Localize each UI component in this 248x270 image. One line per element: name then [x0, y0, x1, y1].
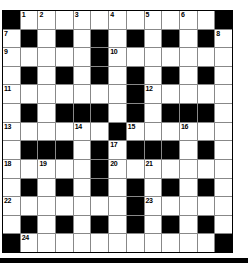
grid-cell-r2c1[interactable] — [21, 48, 38, 66]
grid-cell-r12c3[interactable] — [56, 234, 73, 252]
grid-cell-r2c9[interactable] — [162, 48, 179, 66]
grid-cell-r8c7[interactable] — [127, 160, 144, 178]
grid-cell-r11c2[interactable] — [38, 216, 55, 234]
grid-cell-r2c3[interactable] — [56, 48, 73, 66]
clue-number-1: 1 — [22, 11, 26, 19]
grid-cell-r3c5 — [91, 67, 108, 85]
grid-cell-r0c1[interactable]: 1 — [21, 11, 38, 29]
grid-cell-r11c0[interactable] — [3, 216, 20, 234]
grid-cell-r3c9 — [162, 67, 179, 85]
grid-cell-r2c6[interactable]: 10 — [109, 48, 126, 66]
grid-cell-r3c3 — [56, 67, 73, 85]
grid-cell-r7c10[interactable] — [180, 141, 197, 159]
grid-cell-r5c0[interactable] — [3, 104, 20, 122]
grid-cell-r11c8[interactable] — [145, 216, 162, 234]
clue-number-9: 9 — [4, 48, 8, 56]
grid-cell-r8c11[interactable] — [198, 160, 215, 178]
grid-cell-r12c8[interactable] — [145, 234, 162, 252]
grid-cell-r0c8[interactable]: 5 — [145, 11, 162, 29]
grid-cell-r6c3[interactable] — [56, 123, 73, 141]
grid-cell-r9c8[interactable] — [145, 179, 162, 197]
grid-cell-r7c5 — [91, 141, 108, 159]
grid-cell-r8c12[interactable] — [215, 160, 232, 178]
clue-number-24: 24 — [22, 234, 29, 242]
grid-cell-r4c11[interactable] — [198, 85, 215, 103]
grid-cell-r10c11[interactable] — [198, 197, 215, 215]
grid-cell-r0c4[interactable]: 3 — [74, 11, 91, 29]
grid-cell-r4c3[interactable] — [56, 85, 73, 103]
grid-cell-r5c10 — [180, 104, 197, 122]
grid-cell-r4c12[interactable] — [215, 85, 232, 103]
grid-cell-r2c12[interactable] — [215, 48, 232, 66]
grid-cell-r7c12[interactable] — [215, 141, 232, 159]
grid-cell-r1c2[interactable] — [38, 30, 55, 48]
crossword-page: 123456789101112131415161718192021222324 — [0, 0, 248, 270]
grid-cell-r12c10[interactable] — [180, 234, 197, 252]
grid-cell-r11c3 — [56, 216, 73, 234]
grid-cell-r9c2[interactable] — [38, 179, 55, 197]
grid-cell-r12c6[interactable] — [109, 234, 126, 252]
clue-number-15: 15 — [128, 123, 135, 131]
grid-cell-r1c0[interactable]: 7 — [3, 30, 20, 48]
grid-cell-r12c12 — [215, 234, 232, 252]
grid-cell-r9c5 — [91, 179, 108, 197]
grid-cell-r4c6[interactable] — [109, 85, 126, 103]
clue-number-6: 6 — [181, 11, 185, 19]
crossword-grid: 123456789101112131415161718192021222324 — [2, 10, 233, 253]
grid-cell-r2c8[interactable] — [145, 48, 162, 66]
grid-cell-r3c10[interactable] — [180, 67, 197, 85]
grid-cell-r4c9[interactable] — [162, 85, 179, 103]
grid-cell-r5c7 — [127, 104, 144, 122]
grid-cell-r9c7 — [127, 179, 144, 197]
grid-cell-r4c8[interactable]: 12 — [145, 85, 162, 103]
clue-number-14: 14 — [75, 123, 82, 131]
grid-cell-r6c0[interactable]: 13 — [3, 123, 20, 141]
grid-cell-r9c0[interactable] — [3, 179, 20, 197]
grid-cell-r5c2[interactable] — [38, 104, 55, 122]
grid-cell-r6c2[interactable] — [38, 123, 55, 141]
grid-cell-r9c1 — [21, 179, 38, 197]
grid-cell-r7c2 — [38, 141, 55, 159]
grid-cell-r10c4[interactable] — [74, 197, 91, 215]
grid-cell-r8c4[interactable] — [74, 160, 91, 178]
grid-cell-r11c4[interactable] — [74, 216, 91, 234]
grid-cell-r10c5[interactable] — [91, 197, 108, 215]
clue-number-13: 13 — [4, 123, 11, 131]
grid-cell-r2c10[interactable] — [180, 48, 197, 66]
grid-cell-r2c11[interactable] — [198, 48, 215, 66]
grid-cell-r10c0[interactable]: 22 — [3, 197, 20, 215]
grid-cell-r2c7[interactable] — [127, 48, 144, 66]
grid-cell-r6c11[interactable] — [198, 123, 215, 141]
grid-cell-r1c6[interactable] — [109, 30, 126, 48]
grid-cell-r10c1[interactable] — [21, 197, 38, 215]
grid-cell-r4c1[interactable] — [21, 85, 38, 103]
grid-cell-r11c6[interactable] — [109, 216, 126, 234]
grid-cell-r7c8 — [145, 141, 162, 159]
grid-cell-r12c2[interactable] — [38, 234, 55, 252]
grid-cell-r8c2[interactable]: 19 — [38, 160, 55, 178]
grid-cell-r0c6[interactable]: 4 — [109, 11, 126, 29]
grid-cell-r2c2[interactable] — [38, 48, 55, 66]
grid-cell-r5c4 — [74, 104, 91, 122]
grid-cell-r4c0[interactable]: 11 — [3, 85, 20, 103]
grid-cell-r10c2[interactable] — [38, 197, 55, 215]
grid-cell-r10c10[interactable] — [180, 197, 197, 215]
grid-cell-r0c11[interactable] — [198, 11, 215, 29]
grid-cell-r12c4[interactable] — [74, 234, 91, 252]
grid-cell-r2c4[interactable] — [74, 48, 91, 66]
grid-cell-r1c8[interactable] — [145, 30, 162, 48]
grid-cell-r12c1[interactable]: 24 — [21, 234, 38, 252]
grid-cell-r4c2[interactable] — [38, 85, 55, 103]
grid-cell-r6c10[interactable]: 16 — [180, 123, 197, 141]
clue-number-4: 4 — [110, 11, 114, 19]
grid-cell-r12c11[interactable] — [198, 234, 215, 252]
grid-cell-r5c8[interactable] — [145, 104, 162, 122]
grid-cell-r5c1 — [21, 104, 38, 122]
grid-cell-r7c11 — [198, 141, 215, 159]
grid-cell-r6c1[interactable] — [21, 123, 38, 141]
grid-cell-r1c11 — [198, 30, 215, 48]
grid-cell-r9c11 — [198, 179, 215, 197]
grid-cell-r3c6[interactable] — [109, 67, 126, 85]
grid-cell-r5c3 — [56, 104, 73, 122]
grid-cell-r0c2[interactable]: 2 — [38, 11, 55, 29]
grid-cell-r1c7 — [127, 30, 144, 48]
grid-cell-r11c7 — [127, 216, 144, 234]
grid-cell-r4c10[interactable] — [180, 85, 197, 103]
grid-cell-r3c8[interactable] — [145, 67, 162, 85]
clue-number-2: 2 — [39, 11, 43, 19]
grid-cell-r1c1 — [21, 30, 38, 48]
grid-cell-r6c8[interactable] — [145, 123, 162, 141]
clue-number-7: 7 — [4, 30, 8, 38]
grid-cell-r12c7[interactable] — [127, 234, 144, 252]
grid-cell-r5c6[interactable] — [109, 104, 126, 122]
grid-cell-r0c3[interactable] — [56, 11, 73, 29]
grid-cell-r4c4[interactable] — [74, 85, 91, 103]
grid-cell-r11c5 — [91, 216, 108, 234]
clue-number-19: 19 — [39, 160, 46, 168]
grid-cell-r1c12[interactable]: 8 — [215, 30, 232, 48]
clue-number-21: 21 — [146, 160, 153, 168]
grid-cell-r0c7[interactable] — [127, 11, 144, 29]
grid-cell-r7c6[interactable]: 17 — [109, 141, 126, 159]
grid-cell-r6c6 — [109, 123, 126, 141]
grid-cell-r5c12[interactable] — [215, 104, 232, 122]
grid-cell-r10c3[interactable] — [56, 197, 73, 215]
clue-number-3: 3 — [75, 11, 79, 19]
grid-cell-r6c5[interactable] — [91, 123, 108, 141]
clue-number-23: 23 — [146, 197, 153, 205]
clue-number-10: 10 — [110, 48, 117, 56]
grid-cell-r6c7[interactable]: 15 — [127, 123, 144, 141]
grid-cell-r1c4[interactable] — [74, 30, 91, 48]
clue-number-5: 5 — [146, 11, 150, 19]
grid-cell-r6c12[interactable] — [215, 123, 232, 141]
grid-cell-r0c9[interactable] — [162, 11, 179, 29]
grid-cell-r8c0[interactable]: 18 — [3, 160, 20, 178]
grid-cell-r7c0[interactable] — [3, 141, 20, 159]
grid-cell-r9c9 — [162, 179, 179, 197]
grid-cell-r7c4[interactable] — [74, 141, 91, 159]
clue-number-22: 22 — [4, 197, 11, 205]
grid-cell-r9c10[interactable] — [180, 179, 197, 197]
grid-cell-r10c9[interactable] — [162, 197, 179, 215]
grid-cell-r3c1 — [21, 67, 38, 85]
grid-cell-r11c12[interactable] — [215, 216, 232, 234]
grid-cell-r4c5[interactable] — [91, 85, 108, 103]
grid-cell-r8c10[interactable] — [180, 160, 197, 178]
grid-cell-r9c4[interactable] — [74, 179, 91, 197]
grid-cell-r3c7 — [127, 67, 144, 85]
grid-cell-r0c0 — [3, 11, 20, 29]
grid-cell-r0c5[interactable] — [91, 11, 108, 29]
grid-cell-r10c7 — [127, 197, 144, 215]
grid-cell-r12c9[interactable] — [162, 234, 179, 252]
grid-cell-r0c10[interactable]: 6 — [180, 11, 197, 29]
grid-cell-r2c0[interactable]: 9 — [3, 48, 20, 66]
grid-cell-r4c7 — [127, 85, 144, 103]
clue-number-18: 18 — [4, 160, 11, 168]
grid-cell-r8c8[interactable]: 21 — [145, 160, 162, 178]
grid-cell-r11c11 — [198, 216, 215, 234]
grid-cell-r11c10[interactable] — [180, 216, 197, 234]
grid-cell-r8c5 — [91, 160, 108, 178]
grid-cell-r7c3 — [56, 141, 73, 159]
grid-cell-r1c5 — [91, 30, 108, 48]
grid-cell-r6c9[interactable] — [162, 123, 179, 141]
grid-cell-r5c9 — [162, 104, 179, 122]
grid-cell-r1c10[interactable] — [180, 30, 197, 48]
grid-cell-r7c9 — [162, 141, 179, 159]
grid-cell-r0c12 — [215, 11, 232, 29]
grid-cell-r8c3[interactable] — [56, 160, 73, 178]
clue-number-12: 12 — [146, 85, 153, 93]
grid-cell-r10c6[interactable] — [109, 197, 126, 215]
grid-cell-r11c9 — [162, 216, 179, 234]
clue-number-11: 11 — [4, 85, 11, 93]
grid-cell-r12c5[interactable] — [91, 234, 108, 252]
grid-cell-r11c1 — [21, 216, 38, 234]
grid-cell-r8c6[interactable]: 20 — [109, 160, 126, 178]
grid-cell-r8c1[interactable] — [21, 160, 38, 178]
grid-cell-r9c6[interactable] — [109, 179, 126, 197]
grid-cell-r7c7 — [127, 141, 144, 159]
clue-number-20: 20 — [110, 160, 117, 168]
grid-cell-r3c4[interactable] — [74, 67, 91, 85]
clue-number-17: 17 — [110, 141, 117, 149]
grid-cell-r6c4[interactable]: 14 — [74, 123, 91, 141]
bottom-rule-divider — [0, 258, 248, 263]
clue-number-8: 8 — [216, 30, 220, 38]
grid-cell-r9c3 — [56, 179, 73, 197]
grid-cell-r3c0[interactable] — [3, 67, 20, 85]
grid-cell-r10c12[interactable] — [215, 197, 232, 215]
grid-cell-r1c9 — [162, 30, 179, 48]
grid-cell-r8c9[interactable] — [162, 160, 179, 178]
grid-cell-r9c12[interactable] — [215, 179, 232, 197]
grid-cell-r7c1 — [21, 141, 38, 159]
grid-cell-r2c5 — [91, 48, 108, 66]
grid-cell-r10c8[interactable]: 23 — [145, 197, 162, 215]
grid-cell-r5c11 — [198, 104, 215, 122]
grid-cell-r3c2[interactable] — [38, 67, 55, 85]
clue-number-16: 16 — [181, 123, 188, 131]
grid-cell-r5c5 — [91, 104, 108, 122]
grid-cell-r1c3 — [56, 30, 73, 48]
grid-cell-r12c0 — [3, 234, 20, 252]
grid-cell-r3c12[interactable] — [215, 67, 232, 85]
grid-cell-r3c11 — [198, 67, 215, 85]
